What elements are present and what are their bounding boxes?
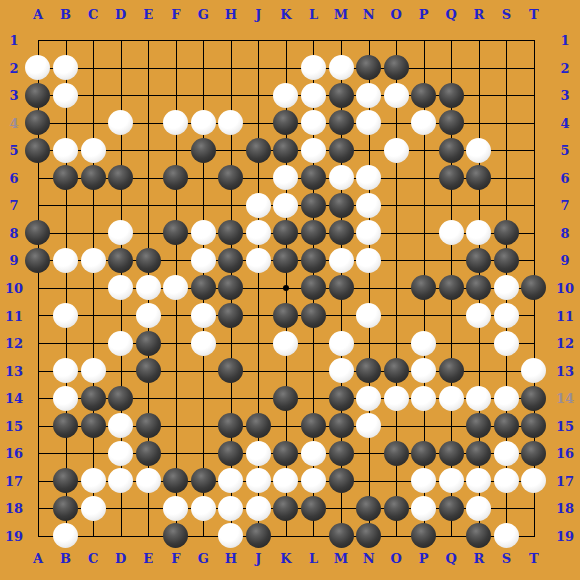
intersection-S14[interactable]	[493, 384, 521, 412]
intersection-T3[interactable]	[520, 81, 548, 109]
intersection-G11[interactable]	[190, 302, 218, 330]
intersection-J12[interactable]	[245, 329, 273, 357]
intersection-O16[interactable]	[382, 439, 410, 467]
intersection-P17[interactable]	[410, 467, 438, 495]
intersection-N16[interactable]	[355, 439, 383, 467]
intersection-D15[interactable]	[107, 412, 135, 440]
intersection-T8[interactable]	[520, 219, 548, 247]
intersection-O11[interactable]	[382, 302, 410, 330]
intersection-M19[interactable]	[327, 522, 355, 550]
intersection-O12[interactable]	[382, 329, 410, 357]
intersection-L6[interactable]	[300, 164, 328, 192]
intersection-A13[interactable]	[24, 357, 52, 385]
intersection-S1[interactable]	[493, 26, 521, 54]
intersection-D4[interactable]	[107, 109, 135, 137]
intersection-H2[interactable]	[217, 54, 245, 82]
intersection-H1[interactable]	[217, 26, 245, 54]
intersection-K4[interactable]	[272, 109, 300, 137]
intersection-R14[interactable]	[465, 384, 493, 412]
intersection-D11[interactable]	[107, 302, 135, 330]
intersection-R1[interactable]	[465, 26, 493, 54]
intersection-P11[interactable]	[410, 302, 438, 330]
intersection-C16[interactable]	[79, 439, 107, 467]
intersection-K5[interactable]	[272, 136, 300, 164]
intersection-H13[interactable]	[217, 357, 245, 385]
intersection-F18[interactable]	[162, 495, 190, 523]
intersection-B4[interactable]	[52, 109, 80, 137]
intersection-G4[interactable]	[190, 109, 218, 137]
intersection-Q4[interactable]	[437, 109, 465, 137]
intersection-R6[interactable]	[465, 164, 493, 192]
intersection-H9[interactable]	[217, 247, 245, 275]
intersection-J7[interactable]	[245, 192, 273, 220]
intersection-T16[interactable]	[520, 439, 548, 467]
intersection-Q16[interactable]	[437, 439, 465, 467]
intersection-L14[interactable]	[300, 384, 328, 412]
intersection-K16[interactable]	[272, 439, 300, 467]
intersection-N1[interactable]	[355, 26, 383, 54]
intersection-K6[interactable]	[272, 164, 300, 192]
intersection-G8[interactable]	[190, 219, 218, 247]
intersection-H4[interactable]	[217, 109, 245, 137]
intersection-L15[interactable]	[300, 412, 328, 440]
intersection-R16[interactable]	[465, 439, 493, 467]
intersection-A18[interactable]	[24, 495, 52, 523]
intersection-K14[interactable]	[272, 384, 300, 412]
intersection-D5[interactable]	[107, 136, 135, 164]
intersection-J5[interactable]	[245, 136, 273, 164]
intersection-G16[interactable]	[190, 439, 218, 467]
intersection-D12[interactable]	[107, 329, 135, 357]
intersection-B1[interactable]	[52, 26, 80, 54]
intersection-K1[interactable]	[272, 26, 300, 54]
intersection-S19[interactable]	[493, 522, 521, 550]
intersection-C18[interactable]	[79, 495, 107, 523]
intersection-B15[interactable]	[52, 412, 80, 440]
intersection-Q3[interactable]	[437, 81, 465, 109]
intersection-A8[interactable]	[24, 219, 52, 247]
intersection-P10[interactable]	[410, 274, 438, 302]
intersection-O19[interactable]	[382, 522, 410, 550]
intersection-O9[interactable]	[382, 247, 410, 275]
intersection-F15[interactable]	[162, 412, 190, 440]
intersection-G19[interactable]	[190, 522, 218, 550]
intersection-E13[interactable]	[134, 357, 162, 385]
intersection-L2[interactable]	[300, 54, 328, 82]
intersection-C10[interactable]	[79, 274, 107, 302]
intersection-D19[interactable]	[107, 522, 135, 550]
intersection-T15[interactable]	[520, 412, 548, 440]
intersection-O14[interactable]	[382, 384, 410, 412]
intersection-K2[interactable]	[272, 54, 300, 82]
intersection-B13[interactable]	[52, 357, 80, 385]
intersection-A15[interactable]	[24, 412, 52, 440]
intersection-C2[interactable]	[79, 54, 107, 82]
intersection-K19[interactable]	[272, 522, 300, 550]
intersection-T5[interactable]	[520, 136, 548, 164]
intersection-L19[interactable]	[300, 522, 328, 550]
intersection-A6[interactable]	[24, 164, 52, 192]
intersection-B2[interactable]	[52, 54, 80, 82]
intersection-M12[interactable]	[327, 329, 355, 357]
intersection-J8[interactable]	[245, 219, 273, 247]
intersection-O17[interactable]	[382, 467, 410, 495]
intersection-S2[interactable]	[493, 54, 521, 82]
intersection-C5[interactable]	[79, 136, 107, 164]
intersection-N18[interactable]	[355, 495, 383, 523]
intersection-D18[interactable]	[107, 495, 135, 523]
intersection-H18[interactable]	[217, 495, 245, 523]
intersection-B19[interactable]	[52, 522, 80, 550]
intersection-N9[interactable]	[355, 247, 383, 275]
intersection-Q7[interactable]	[437, 192, 465, 220]
intersection-P1[interactable]	[410, 26, 438, 54]
intersection-P12[interactable]	[410, 329, 438, 357]
intersection-R13[interactable]	[465, 357, 493, 385]
intersection-B12[interactable]	[52, 329, 80, 357]
intersection-D17[interactable]	[107, 467, 135, 495]
intersection-O5[interactable]	[382, 136, 410, 164]
intersection-N19[interactable]	[355, 522, 383, 550]
intersection-C9[interactable]	[79, 247, 107, 275]
intersection-A10[interactable]	[24, 274, 52, 302]
intersection-T13[interactable]	[520, 357, 548, 385]
intersection-S16[interactable]	[493, 439, 521, 467]
intersection-P15[interactable]	[410, 412, 438, 440]
intersection-R12[interactable]	[465, 329, 493, 357]
intersection-K17[interactable]	[272, 467, 300, 495]
intersection-E19[interactable]	[134, 522, 162, 550]
intersection-E8[interactable]	[134, 219, 162, 247]
intersection-B10[interactable]	[52, 274, 80, 302]
intersection-O4[interactable]	[382, 109, 410, 137]
intersection-A7[interactable]	[24, 192, 52, 220]
intersection-R17[interactable]	[465, 467, 493, 495]
intersection-N4[interactable]	[355, 109, 383, 137]
intersection-E16[interactable]	[134, 439, 162, 467]
intersection-S13[interactable]	[493, 357, 521, 385]
intersection-C11[interactable]	[79, 302, 107, 330]
intersection-D1[interactable]	[107, 26, 135, 54]
intersection-M14[interactable]	[327, 384, 355, 412]
intersection-L10[interactable]	[300, 274, 328, 302]
intersection-G14[interactable]	[190, 384, 218, 412]
intersection-E4[interactable]	[134, 109, 162, 137]
intersection-Q14[interactable]	[437, 384, 465, 412]
intersection-E18[interactable]	[134, 495, 162, 523]
intersection-G7[interactable]	[190, 192, 218, 220]
intersection-J10[interactable]	[245, 274, 273, 302]
intersection-G2[interactable]	[190, 54, 218, 82]
intersection-N5[interactable]	[355, 136, 383, 164]
intersection-L16[interactable]	[300, 439, 328, 467]
intersection-E5[interactable]	[134, 136, 162, 164]
intersection-E3[interactable]	[134, 81, 162, 109]
intersection-B3[interactable]	[52, 81, 80, 109]
intersection-Q10[interactable]	[437, 274, 465, 302]
intersection-Q11[interactable]	[437, 302, 465, 330]
intersection-K9[interactable]	[272, 247, 300, 275]
intersection-M3[interactable]	[327, 81, 355, 109]
intersection-D3[interactable]	[107, 81, 135, 109]
intersection-C1[interactable]	[79, 26, 107, 54]
intersection-C14[interactable]	[79, 384, 107, 412]
intersection-T18[interactable]	[520, 495, 548, 523]
intersection-Q2[interactable]	[437, 54, 465, 82]
intersection-S5[interactable]	[493, 136, 521, 164]
intersection-M18[interactable]	[327, 495, 355, 523]
intersection-J3[interactable]	[245, 81, 273, 109]
intersection-J15[interactable]	[245, 412, 273, 440]
intersection-B9[interactable]	[52, 247, 80, 275]
intersection-K3[interactable]	[272, 81, 300, 109]
intersection-J17[interactable]	[245, 467, 273, 495]
intersection-P8[interactable]	[410, 219, 438, 247]
intersection-S4[interactable]	[493, 109, 521, 137]
intersection-S6[interactable]	[493, 164, 521, 192]
intersection-T2[interactable]	[520, 54, 548, 82]
intersection-H8[interactable]	[217, 219, 245, 247]
intersection-B18[interactable]	[52, 495, 80, 523]
intersection-R11[interactable]	[465, 302, 493, 330]
intersection-E6[interactable]	[134, 164, 162, 192]
intersection-B6[interactable]	[52, 164, 80, 192]
intersection-J4[interactable]	[245, 109, 273, 137]
intersection-C7[interactable]	[79, 192, 107, 220]
intersection-R2[interactable]	[465, 54, 493, 82]
intersection-N7[interactable]	[355, 192, 383, 220]
intersection-F9[interactable]	[162, 247, 190, 275]
intersection-E14[interactable]	[134, 384, 162, 412]
intersection-O15[interactable]	[382, 412, 410, 440]
intersection-C13[interactable]	[79, 357, 107, 385]
intersection-L5[interactable]	[300, 136, 328, 164]
intersection-Q8[interactable]	[437, 219, 465, 247]
intersection-G15[interactable]	[190, 412, 218, 440]
intersection-F4[interactable]	[162, 109, 190, 137]
intersection-L1[interactable]	[300, 26, 328, 54]
intersection-D2[interactable]	[107, 54, 135, 82]
intersection-M17[interactable]	[327, 467, 355, 495]
intersection-N13[interactable]	[355, 357, 383, 385]
intersection-H19[interactable]	[217, 522, 245, 550]
intersection-H6[interactable]	[217, 164, 245, 192]
intersection-T1[interactable]	[520, 26, 548, 54]
intersection-G18[interactable]	[190, 495, 218, 523]
intersection-L7[interactable]	[300, 192, 328, 220]
intersection-S12[interactable]	[493, 329, 521, 357]
intersection-E17[interactable]	[134, 467, 162, 495]
intersection-Q5[interactable]	[437, 136, 465, 164]
intersection-G10[interactable]	[190, 274, 218, 302]
intersection-C17[interactable]	[79, 467, 107, 495]
intersection-O1[interactable]	[382, 26, 410, 54]
intersection-A5[interactable]	[24, 136, 52, 164]
intersection-N8[interactable]	[355, 219, 383, 247]
intersection-G5[interactable]	[190, 136, 218, 164]
intersection-Q13[interactable]	[437, 357, 465, 385]
intersection-D7[interactable]	[107, 192, 135, 220]
intersection-A11[interactable]	[24, 302, 52, 330]
intersection-Q9[interactable]	[437, 247, 465, 275]
intersection-C6[interactable]	[79, 164, 107, 192]
intersection-E9[interactable]	[134, 247, 162, 275]
intersection-S8[interactable]	[493, 219, 521, 247]
intersection-H5[interactable]	[217, 136, 245, 164]
intersection-G13[interactable]	[190, 357, 218, 385]
intersection-H15[interactable]	[217, 412, 245, 440]
intersection-J14[interactable]	[245, 384, 273, 412]
intersection-G9[interactable]	[190, 247, 218, 275]
intersection-F19[interactable]	[162, 522, 190, 550]
intersection-A9[interactable]	[24, 247, 52, 275]
intersection-M10[interactable]	[327, 274, 355, 302]
intersection-T9[interactable]	[520, 247, 548, 275]
intersection-S17[interactable]	[493, 467, 521, 495]
intersection-C15[interactable]	[79, 412, 107, 440]
intersection-B5[interactable]	[52, 136, 80, 164]
intersection-E12[interactable]	[134, 329, 162, 357]
intersection-H14[interactable]	[217, 384, 245, 412]
intersection-L18[interactable]	[300, 495, 328, 523]
intersection-A16[interactable]	[24, 439, 52, 467]
intersection-A19[interactable]	[24, 522, 52, 550]
intersection-O2[interactable]	[382, 54, 410, 82]
intersection-A17[interactable]	[24, 467, 52, 495]
intersection-F14[interactable]	[162, 384, 190, 412]
intersection-F17[interactable]	[162, 467, 190, 495]
intersection-T7[interactable]	[520, 192, 548, 220]
intersection-O10[interactable]	[382, 274, 410, 302]
intersection-T6[interactable]	[520, 164, 548, 192]
intersection-F7[interactable]	[162, 192, 190, 220]
intersection-G17[interactable]	[190, 467, 218, 495]
intersection-Q12[interactable]	[437, 329, 465, 357]
intersection-P6[interactable]	[410, 164, 438, 192]
intersection-P13[interactable]	[410, 357, 438, 385]
intersection-S15[interactable]	[493, 412, 521, 440]
intersection-K8[interactable]	[272, 219, 300, 247]
intersection-J16[interactable]	[245, 439, 273, 467]
intersection-F13[interactable]	[162, 357, 190, 385]
intersection-P7[interactable]	[410, 192, 438, 220]
intersection-Q1[interactable]	[437, 26, 465, 54]
intersection-N12[interactable]	[355, 329, 383, 357]
intersection-G12[interactable]	[190, 329, 218, 357]
intersection-M8[interactable]	[327, 219, 355, 247]
intersection-L4[interactable]	[300, 109, 328, 137]
intersection-E1[interactable]	[134, 26, 162, 54]
intersection-P2[interactable]	[410, 54, 438, 82]
intersection-Q15[interactable]	[437, 412, 465, 440]
intersection-M6[interactable]	[327, 164, 355, 192]
intersection-T11[interactable]	[520, 302, 548, 330]
intersection-J2[interactable]	[245, 54, 273, 82]
intersection-P16[interactable]	[410, 439, 438, 467]
intersection-J18[interactable]	[245, 495, 273, 523]
intersection-T4[interactable]	[520, 109, 548, 137]
intersection-Q6[interactable]	[437, 164, 465, 192]
intersection-O18[interactable]	[382, 495, 410, 523]
intersection-H7[interactable]	[217, 192, 245, 220]
intersection-K15[interactable]	[272, 412, 300, 440]
intersection-O3[interactable]	[382, 81, 410, 109]
intersection-S9[interactable]	[493, 247, 521, 275]
intersection-D8[interactable]	[107, 219, 135, 247]
intersection-F11[interactable]	[162, 302, 190, 330]
intersection-F1[interactable]	[162, 26, 190, 54]
intersection-J1[interactable]	[245, 26, 273, 54]
intersection-G3[interactable]	[190, 81, 218, 109]
intersection-T10[interactable]	[520, 274, 548, 302]
intersection-C8[interactable]	[79, 219, 107, 247]
intersection-H17[interactable]	[217, 467, 245, 495]
intersection-O7[interactable]	[382, 192, 410, 220]
intersection-A1[interactable]	[24, 26, 52, 54]
intersection-L11[interactable]	[300, 302, 328, 330]
intersection-B14[interactable]	[52, 384, 80, 412]
intersection-D10[interactable]	[107, 274, 135, 302]
intersection-F2[interactable]	[162, 54, 190, 82]
intersection-C3[interactable]	[79, 81, 107, 109]
intersection-K12[interactable]	[272, 329, 300, 357]
intersection-A12[interactable]	[24, 329, 52, 357]
intersection-B7[interactable]	[52, 192, 80, 220]
intersection-S10[interactable]	[493, 274, 521, 302]
intersection-J6[interactable]	[245, 164, 273, 192]
intersection-N11[interactable]	[355, 302, 383, 330]
intersection-B8[interactable]	[52, 219, 80, 247]
intersection-Q19[interactable]	[437, 522, 465, 550]
intersection-R8[interactable]	[465, 219, 493, 247]
intersection-G6[interactable]	[190, 164, 218, 192]
intersection-F3[interactable]	[162, 81, 190, 109]
intersection-D6[interactable]	[107, 164, 135, 192]
intersection-E7[interactable]	[134, 192, 162, 220]
intersection-R18[interactable]	[465, 495, 493, 523]
intersection-D9[interactable]	[107, 247, 135, 275]
intersection-N3[interactable]	[355, 81, 383, 109]
intersection-Q17[interactable]	[437, 467, 465, 495]
intersection-M11[interactable]	[327, 302, 355, 330]
intersection-H11[interactable]	[217, 302, 245, 330]
intersection-D14[interactable]	[107, 384, 135, 412]
intersection-F5[interactable]	[162, 136, 190, 164]
intersection-P14[interactable]	[410, 384, 438, 412]
intersection-F16[interactable]	[162, 439, 190, 467]
intersection-F10[interactable]	[162, 274, 190, 302]
intersection-L17[interactable]	[300, 467, 328, 495]
intersection-D13[interactable]	[107, 357, 135, 385]
intersection-M13[interactable]	[327, 357, 355, 385]
intersection-L13[interactable]	[300, 357, 328, 385]
intersection-D16[interactable]	[107, 439, 135, 467]
intersection-L8[interactable]	[300, 219, 328, 247]
intersection-N15[interactable]	[355, 412, 383, 440]
intersection-B11[interactable]	[52, 302, 80, 330]
intersection-N14[interactable]	[355, 384, 383, 412]
intersection-N10[interactable]	[355, 274, 383, 302]
intersection-P4[interactable]	[410, 109, 438, 137]
intersection-R7[interactable]	[465, 192, 493, 220]
intersection-M16[interactable]	[327, 439, 355, 467]
intersection-C19[interactable]	[79, 522, 107, 550]
intersection-M7[interactable]	[327, 192, 355, 220]
intersection-A3[interactable]	[24, 81, 52, 109]
intersection-B16[interactable]	[52, 439, 80, 467]
intersection-H16[interactable]	[217, 439, 245, 467]
intersection-O13[interactable]	[382, 357, 410, 385]
